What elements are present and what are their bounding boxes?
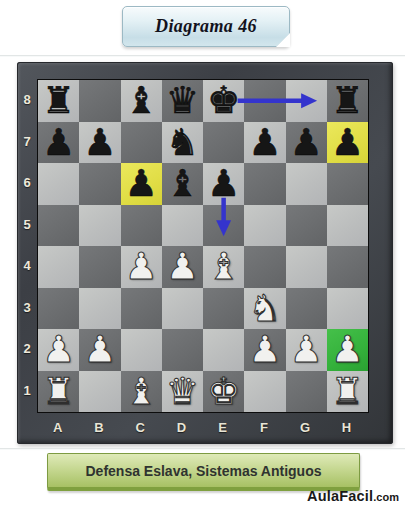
square-d7[interactable]: ♞ [162,122,203,164]
square-g1[interactable] [286,371,327,413]
square-a7[interactable]: ♟ [38,122,79,164]
piece-white-bishop: ♝ [203,246,244,288]
square-e2[interactable] [203,329,244,371]
piece-white-pawn: ♟ [38,329,79,371]
square-f3[interactable]: ♞ [244,288,285,330]
file-label-f: F [243,414,284,440]
square-h4[interactable] [327,246,368,288]
square-b5[interactable] [79,205,120,247]
square-b6[interactable] [79,163,120,205]
piece-white-queen: ♛ [162,371,203,413]
piece-black-pawn: ♟ [327,122,368,164]
board-squares: ♜♝♛♚♜♟♟♞♟♟♟♟♝♟♟♟♝♞♟♟♟♟♟♜♝♛♚♜ [37,79,369,413]
square-b7[interactable]: ♟ [79,122,120,164]
square-g5[interactable] [286,205,327,247]
piece-white-knight: ♞ [244,288,285,330]
square-b8[interactable] [79,80,120,122]
square-c5[interactable] [121,205,162,247]
piece-white-pawn: ♟ [79,329,120,371]
square-h8[interactable]: ♜ [327,80,368,122]
file-label-e: E [202,414,243,440]
square-e5[interactable] [203,205,244,247]
square-f7[interactable]: ♟ [244,122,285,164]
square-d4[interactable]: ♟ [162,246,203,288]
square-a6[interactable] [38,163,79,205]
piece-white-rook: ♜ [38,371,79,413]
square-g6[interactable] [286,163,327,205]
piece-white-rook: ♜ [327,371,368,413]
square-h2[interactable]: ♟ [327,329,368,371]
square-d1[interactable]: ♛ [162,371,203,413]
rank-label-3: 3 [17,287,37,329]
piece-black-pawn: ♟ [38,122,79,164]
square-e3[interactable] [203,288,244,330]
rank-label-6: 6 [17,162,37,204]
square-c4[interactable]: ♟ [121,246,162,288]
square-h7[interactable]: ♟ [327,122,368,164]
file-label-c: C [120,414,161,440]
piece-white-pawn: ♟ [244,329,285,371]
square-f4[interactable] [244,246,285,288]
piece-black-knight: ♞ [162,122,203,164]
brand-name: AulaFacil [307,488,373,504]
piece-black-queen: ♛ [162,80,203,122]
piece-black-king: ♚ [203,80,244,122]
square-f8[interactable] [244,80,285,122]
piece-black-pawn: ♟ [79,122,120,164]
piece-white-king: ♚ [203,371,244,413]
square-h3[interactable] [327,288,368,330]
piece-white-pawn: ♟ [121,246,162,288]
piece-white-pawn: ♟ [327,329,368,371]
piece-white-pawn: ♟ [162,246,203,288]
square-e6[interactable]: ♟ [203,163,244,205]
square-e1[interactable]: ♚ [203,371,244,413]
brand-tld: .com [373,491,399,503]
piece-black-bishop: ♝ [162,163,203,205]
piece-black-pawn: ♟ [286,122,327,164]
square-g3[interactable] [286,288,327,330]
chess-board: ♜♝♛♚♜♟♟♞♟♟♟♟♝♟♟♟♝♞♟♟♟♟♟♜♝♛♚♜ 87654321 AB… [17,62,393,444]
square-f1[interactable] [244,371,285,413]
rank-label-8: 8 [17,79,37,121]
square-g4[interactable] [286,246,327,288]
caption-banner: Defensa Eslava, Sistemas Antiguos [47,453,360,491]
brand: AulaFacil.com [307,487,399,505]
square-h6[interactable] [327,163,368,205]
rank-label-7: 7 [17,121,37,163]
square-d2[interactable] [162,329,203,371]
square-d6[interactable]: ♝ [162,163,203,205]
piece-white-pawn: ♟ [286,329,327,371]
square-d3[interactable] [162,288,203,330]
file-label-b: B [78,414,119,440]
rank-label-5: 5 [17,204,37,246]
diagram-title-banner: Diagrama 46 [122,6,290,47]
square-d5[interactable] [162,205,203,247]
square-h5[interactable] [327,205,368,247]
file-label-d: D [161,414,202,440]
diagram-title: Diagrama 46 [155,16,257,37]
square-f2[interactable]: ♟ [244,329,285,371]
rank-label-1: 1 [17,370,37,412]
rank-label-2: 2 [17,328,37,370]
banner-fold-icon [276,33,290,47]
square-b4[interactable] [79,246,120,288]
square-f5[interactable] [244,205,285,247]
square-c8[interactable]: ♝ [121,80,162,122]
piece-black-rook: ♜ [327,80,368,122]
square-e8[interactable]: ♚ [203,80,244,122]
file-label-g: G [285,414,326,440]
square-c7[interactable] [121,122,162,164]
piece-black-bishop: ♝ [121,80,162,122]
square-c6[interactable]: ♟ [121,163,162,205]
file-label-a: A [37,414,78,440]
square-a8[interactable]: ♜ [38,80,79,122]
square-c1[interactable]: ♝ [121,371,162,413]
square-a5[interactable] [38,205,79,247]
square-f6[interactable] [244,163,285,205]
square-a1[interactable]: ♜ [38,371,79,413]
bottom-divider [0,448,405,450]
rank-label-4: 4 [17,245,37,287]
piece-black-rook: ♜ [38,80,79,122]
square-b1[interactable] [79,371,120,413]
piece-black-pawn: ♟ [244,122,285,164]
square-b2[interactable]: ♟ [79,329,120,371]
page: Diagrama 46 ♜♝♛♚♜♟♟♞♟♟♟♟♝♟♟♟♝♞♟♟♟♟♟♜♝♛♚♜… [0,0,405,507]
piece-black-pawn: ♟ [121,163,162,205]
square-c3[interactable] [121,288,162,330]
square-c2[interactable] [121,329,162,371]
square-a2[interactable]: ♟ [38,329,79,371]
piece-white-bishop: ♝ [121,371,162,413]
piece-black-pawn: ♟ [203,163,244,205]
top-divider [0,55,405,57]
square-g8[interactable] [286,80,327,122]
square-b3[interactable] [79,288,120,330]
square-e7[interactable] [203,122,244,164]
square-a3[interactable] [38,288,79,330]
square-g2[interactable]: ♟ [286,329,327,371]
square-e4[interactable]: ♝ [203,246,244,288]
square-h1[interactable]: ♜ [327,371,368,413]
square-d8[interactable]: ♛ [162,80,203,122]
square-g7[interactable]: ♟ [286,122,327,164]
file-label-h: H [326,414,367,440]
square-a4[interactable] [38,246,79,288]
opening-name: Defensa Eslava, Sistemas Antiguos [85,463,321,479]
